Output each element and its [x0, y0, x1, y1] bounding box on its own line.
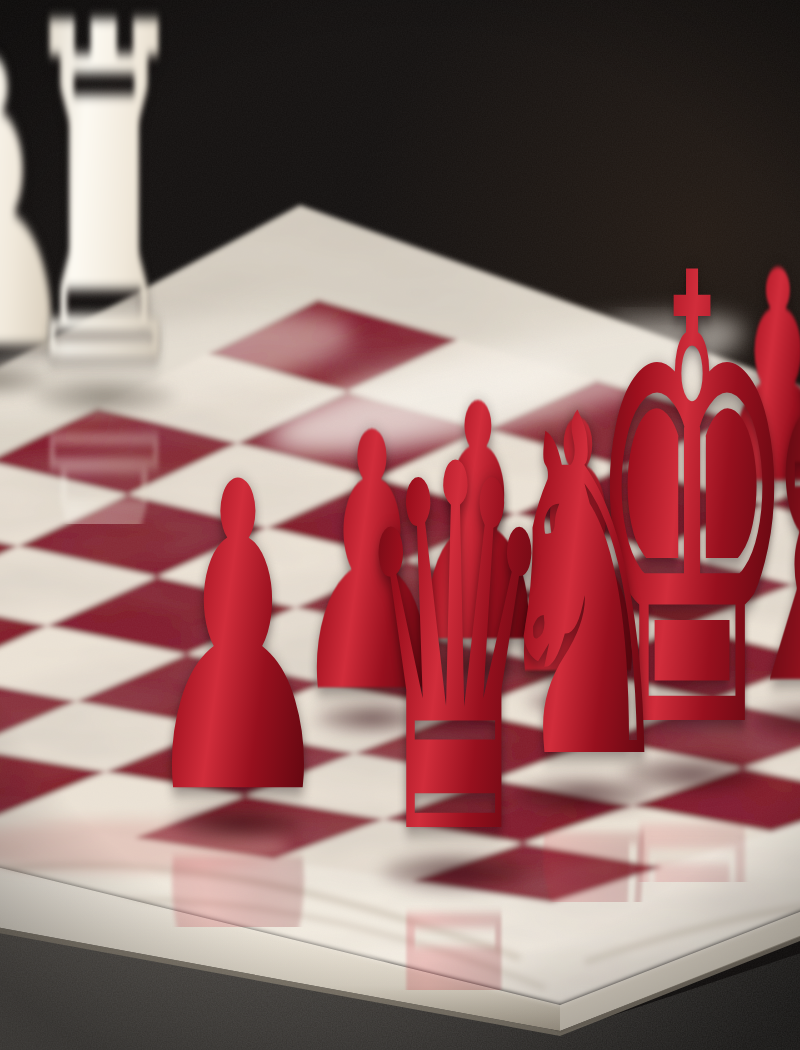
photo-scene: ♟♜♜♟♝♟♟♚♚♟♞♞♛♛♟♟ — [0, 0, 800, 1050]
pieces-layer: ♟♜♜♟♝♟♟♚♚♟♞♞♛♛♟♟ — [0, 0, 800, 1050]
white-rook-f8[interactable]: ♜ — [17, 0, 191, 426]
red-pawn-a2[interactable]: ♟ — [139, 428, 337, 852]
red-queen-a1[interactable]: ♛ — [354, 402, 557, 905]
